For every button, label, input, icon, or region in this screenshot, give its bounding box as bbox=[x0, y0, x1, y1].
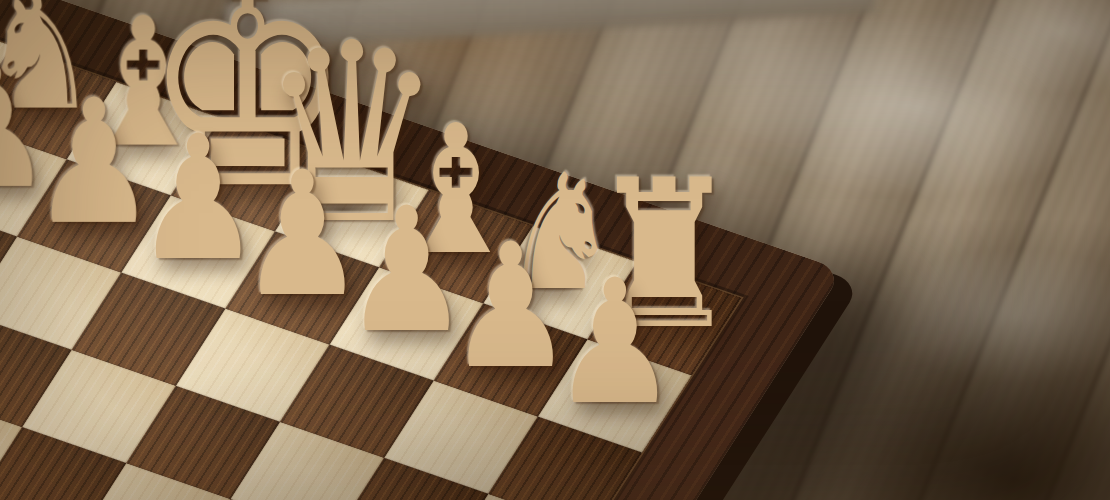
pawn-icon: ♟ bbox=[551, 257, 677, 429]
square-a2[interactable]: ♟ bbox=[538, 339, 692, 452]
photo-scene: ♟♟♟♟♟♟♟♟♜♞♝♛♚♝♞♜ bbox=[0, 0, 1110, 500]
